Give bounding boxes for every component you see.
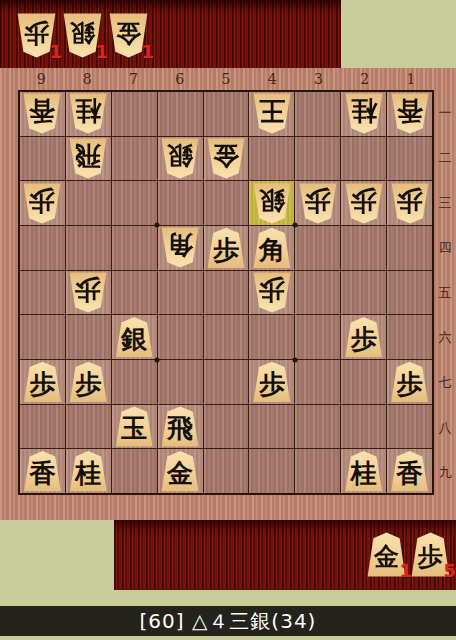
square-2一[interactable]: 桂 (341, 92, 386, 136)
square-4六[interactable] (249, 315, 294, 359)
rank-label-二: 二 (434, 135, 456, 180)
gote-piece-6四[interactable]: 角 (160, 227, 200, 268)
piece-glyph: 玉 (121, 415, 147, 441)
file-label-5: 5 (203, 68, 249, 90)
square-9六[interactable] (20, 315, 65, 359)
square-8六[interactable] (66, 315, 111, 359)
rank-labels: 一二三四五六七八九 (434, 90, 456, 495)
hand-count: 1 (49, 41, 62, 62)
gote-hand-area: 歩1銀1金1 (0, 0, 456, 68)
square-5七[interactable] (204, 360, 249, 404)
square-5六[interactable] (204, 315, 249, 359)
square-7七[interactable] (112, 360, 157, 404)
square-9四[interactable] (20, 226, 65, 270)
square-8九[interactable]: 桂 (66, 449, 111, 493)
piece-glyph: 金 (116, 21, 141, 46)
gote-piece-5二[interactable]: 金 (206, 138, 246, 179)
square-6二[interactable]: 銀 (158, 137, 203, 181)
square-7九[interactable] (112, 449, 157, 493)
square-2二[interactable] (341, 137, 386, 181)
background-top-right (341, 0, 456, 68)
piece-glyph: 飛 (167, 415, 193, 441)
gote-piece-1三[interactable]: 歩 (390, 183, 430, 224)
square-6一[interactable] (158, 92, 203, 136)
square-2七[interactable] (341, 360, 386, 404)
square-8一[interactable]: 桂 (66, 92, 111, 136)
piece-glyph: 歩 (24, 21, 49, 46)
file-label-8: 8 (64, 68, 110, 90)
square-7八[interactable]: 玉 (112, 405, 157, 449)
rank-label-一: 一 (434, 90, 456, 135)
square-8五[interactable]: 歩 (66, 271, 111, 315)
divider-strip (0, 590, 456, 606)
piece-glyph: 角 (259, 237, 285, 263)
gote-piece-8二[interactable]: 飛 (68, 138, 108, 179)
piece-glyph: 飛 (75, 143, 101, 169)
sente-piece-7八[interactable]: 玉 (114, 406, 154, 447)
square-3三[interactable]: 歩 (295, 181, 340, 225)
piece-glyph: 香 (397, 99, 423, 125)
square-3一[interactable] (295, 92, 340, 136)
square-5四[interactable]: 歩 (204, 226, 249, 270)
piece-glyph: 歩 (75, 277, 101, 303)
file-label-4: 4 (249, 68, 295, 90)
hand-count: 1 (95, 41, 108, 62)
file-label-3: 3 (295, 68, 341, 90)
sente-piece-9七[interactable]: 歩 (22, 361, 62, 402)
move-status-bar: [60] △４三銀(34) (0, 606, 456, 636)
gote-hand-歩[interactable]: 歩1 (16, 13, 57, 58)
square-8二[interactable]: 飛 (66, 137, 111, 181)
square-6四[interactable]: 角 (158, 226, 203, 270)
piece-glyph: 歩 (418, 544, 443, 569)
gote-piece-9一[interactable]: 香 (22, 93, 62, 134)
square-4七[interactable]: 歩 (249, 360, 294, 404)
piece-glyph: 桂 (351, 460, 377, 486)
square-7五[interactable] (112, 271, 157, 315)
file-label-7: 7 (110, 68, 156, 90)
rank-label-七: 七 (434, 360, 456, 405)
square-8三[interactable] (66, 181, 111, 225)
sente-piece-4四[interactable]: 角 (252, 227, 292, 268)
piece-glyph: 角 (167, 233, 193, 259)
piece-glyph: 王 (259, 99, 285, 125)
square-4三[interactable]: 銀 (249, 181, 294, 225)
square-5二[interactable]: 金 (204, 137, 249, 181)
piece-glyph: 歩 (29, 188, 55, 214)
square-5八[interactable] (204, 405, 249, 449)
square-3四[interactable] (295, 226, 340, 270)
square-3二[interactable] (295, 137, 340, 181)
square-3五[interactable] (295, 271, 340, 315)
square-7二[interactable] (112, 137, 157, 181)
square-1一[interactable]: 香 (387, 92, 432, 136)
file-label-1: 1 (388, 68, 434, 90)
sente-hand-歩[interactable]: 歩5 (410, 532, 451, 577)
board-panel: 987654321 香桂王桂香飛銀金歩銀歩歩歩角歩角歩歩銀歩歩歩歩歩玉飛香桂金桂… (0, 68, 456, 520)
square-1四[interactable] (387, 226, 432, 270)
sente-hand-area: 金1歩5 (0, 520, 456, 590)
piece-glyph: 歩 (351, 188, 377, 214)
piece-glyph: 歩 (305, 188, 331, 214)
gote-piece-4五[interactable]: 歩 (252, 272, 292, 313)
square-5一[interactable] (204, 92, 249, 136)
piece-glyph: 金 (213, 143, 239, 169)
square-4四[interactable]: 角 (249, 226, 294, 270)
piece-glyph: 歩 (397, 371, 423, 397)
square-2五[interactable] (341, 271, 386, 315)
square-9二[interactable] (20, 137, 65, 181)
piece-glyph: 桂 (75, 99, 101, 125)
sente-piece-2六[interactable]: 歩 (344, 317, 384, 358)
square-8八[interactable] (66, 405, 111, 449)
rank-label-八: 八 (434, 405, 456, 450)
square-4一[interactable]: 王 (249, 92, 294, 136)
square-1八[interactable] (387, 405, 432, 449)
piece-glyph: 金 (374, 544, 399, 569)
square-6七[interactable] (158, 360, 203, 404)
gote-hand-tray: 歩1銀1金1 (0, 0, 341, 68)
sente-piece-1七[interactable]: 歩 (390, 361, 430, 402)
piece-glyph: 銀 (167, 143, 193, 169)
square-7三[interactable] (112, 181, 157, 225)
square-1三[interactable]: 歩 (387, 181, 432, 225)
piece-glyph: 歩 (75, 371, 101, 397)
sente-piece-9九[interactable]: 香 (22, 451, 62, 492)
square-1二[interactable] (387, 137, 432, 181)
gote-piece-8五[interactable]: 歩 (68, 272, 108, 313)
sente-piece-6八[interactable]: 飛 (160, 406, 200, 447)
sente-piece-1九[interactable]: 香 (390, 451, 430, 492)
hand-count: 1 (141, 41, 154, 62)
square-6三[interactable] (158, 181, 203, 225)
square-7六[interactable]: 銀 (112, 315, 157, 359)
square-4二[interactable] (249, 137, 294, 181)
square-4九[interactable] (249, 449, 294, 493)
sente-piece-7六[interactable]: 銀 (114, 317, 154, 358)
square-5五[interactable] (204, 271, 249, 315)
square-9一[interactable]: 香 (20, 92, 65, 136)
gote-piece-2三[interactable]: 歩 (344, 183, 384, 224)
rank-label-三: 三 (434, 180, 456, 225)
square-1九[interactable]: 香 (387, 449, 432, 493)
square-2九[interactable]: 桂 (341, 449, 386, 493)
rank-label-六: 六 (434, 315, 456, 360)
file-label-2: 2 (342, 68, 388, 90)
sente-hand-tray: 金1歩5 (114, 520, 456, 590)
square-6九[interactable]: 金 (158, 449, 203, 493)
square-6八[interactable]: 飛 (158, 405, 203, 449)
square-2四[interactable] (341, 226, 386, 270)
gote-piece-1一[interactable]: 香 (390, 93, 430, 134)
square-3六[interactable] (295, 315, 340, 359)
gote-piece-4三[interactable]: 銀 (252, 183, 292, 224)
square-6五[interactable] (158, 271, 203, 315)
square-9八[interactable] (20, 405, 65, 449)
square-8七[interactable]: 歩 (66, 360, 111, 404)
square-4八[interactable] (249, 405, 294, 449)
square-2三[interactable]: 歩 (341, 181, 386, 225)
gote-piece-4一[interactable]: 王 (252, 93, 292, 134)
gote-piece-9三[interactable]: 歩 (22, 183, 62, 224)
square-3七[interactable] (295, 360, 340, 404)
square-9三[interactable]: 歩 (20, 181, 65, 225)
piece-glyph: 銀 (121, 326, 147, 352)
gote-piece-6二[interactable]: 銀 (160, 138, 200, 179)
square-5三[interactable] (204, 181, 249, 225)
piece-glyph: 銀 (259, 188, 285, 214)
square-3八[interactable] (295, 405, 340, 449)
sente-piece-8九[interactable]: 桂 (68, 451, 108, 492)
gote-piece-3三[interactable]: 歩 (298, 183, 338, 224)
piece-glyph: 歩 (259, 277, 285, 303)
piece-glyph: 歩 (29, 371, 55, 397)
square-8四[interactable] (66, 226, 111, 270)
square-1六[interactable] (387, 315, 432, 359)
sente-piece-8七[interactable]: 歩 (68, 361, 108, 402)
shogi-app: 歩1銀1金1 987654321 香桂王桂香飛銀金歩銀歩歩歩角歩角歩歩銀歩歩歩歩… (0, 0, 456, 640)
piece-glyph: 香 (397, 460, 423, 486)
sente-piece-2九[interactable]: 桂 (344, 451, 384, 492)
piece-glyph: 香 (29, 460, 55, 486)
rank-label-四: 四 (434, 225, 456, 270)
piece-glyph: 歩 (213, 237, 239, 263)
square-3九[interactable] (295, 449, 340, 493)
move-status-text: [60] △４三銀(34) (140, 608, 317, 635)
piece-glyph: 金 (167, 460, 193, 486)
square-9七[interactable]: 歩 (20, 360, 65, 404)
sente-piece-6九[interactable]: 金 (160, 451, 200, 492)
sente-piece-4七[interactable]: 歩 (252, 361, 292, 402)
rank-label-九: 九 (434, 450, 456, 495)
square-6六[interactable] (158, 315, 203, 359)
hand-count: 5 (443, 560, 456, 581)
sente-piece-5四[interactable]: 歩 (206, 227, 246, 268)
piece-glyph: 歩 (351, 326, 377, 352)
piece-glyph: 歩 (397, 188, 423, 214)
square-4五[interactable]: 歩 (249, 271, 294, 315)
square-7一[interactable] (112, 92, 157, 136)
square-1七[interactable]: 歩 (387, 360, 432, 404)
rank-label-五: 五 (434, 270, 456, 315)
square-1五[interactable] (387, 271, 432, 315)
piece-glyph: 銀 (70, 21, 95, 46)
square-7四[interactable] (112, 226, 157, 270)
gote-piece-2一[interactable]: 桂 (344, 93, 384, 134)
piece-glyph: 桂 (75, 460, 101, 486)
square-2八[interactable] (341, 405, 386, 449)
shogi-board: 香桂王桂香飛銀金歩銀歩歩歩角歩角歩歩銀歩歩歩歩歩玉飛香桂金桂香 (18, 90, 434, 495)
file-label-6: 6 (157, 68, 203, 90)
sente-hand-金[interactable]: 金1 (366, 532, 407, 577)
square-9五[interactable] (20, 271, 65, 315)
gote-piece-8一[interactable]: 桂 (68, 93, 108, 134)
file-labels: 987654321 (18, 68, 434, 90)
gote-hand-金[interactable]: 金1 (108, 13, 149, 58)
bottom-strip (0, 636, 456, 640)
piece-glyph: 歩 (259, 371, 285, 397)
background-bottom-left (0, 520, 114, 590)
square-2六[interactable]: 歩 (341, 315, 386, 359)
file-label-9: 9 (18, 68, 64, 90)
piece-glyph: 香 (29, 99, 55, 125)
gote-hand-銀[interactable]: 銀1 (62, 13, 103, 58)
square-5九[interactable] (204, 449, 249, 493)
piece-glyph: 桂 (351, 99, 377, 125)
square-9九[interactable]: 香 (20, 449, 65, 493)
